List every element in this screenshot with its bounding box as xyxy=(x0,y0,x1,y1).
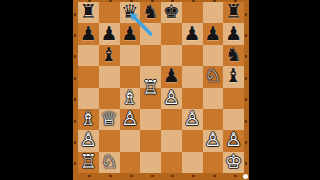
square-f2[interactable] xyxy=(182,130,203,151)
square-e8[interactable]: ♚ xyxy=(161,2,182,23)
square-d6[interactable] xyxy=(140,45,161,66)
square-c8[interactable]: ♛ xyxy=(120,2,141,23)
piece-black-pawn[interactable]: ♟ xyxy=(80,24,97,43)
square-f5[interactable] xyxy=(182,66,203,87)
piece-white-rook[interactable]: ♖ xyxy=(142,78,159,97)
square-a6[interactable] xyxy=(78,45,99,66)
piece-black-pawn[interactable]: ♟ xyxy=(184,24,201,43)
square-e6[interactable] xyxy=(161,45,182,66)
frame-coordinate-tick xyxy=(245,162,247,165)
square-h2[interactable]: ♙ xyxy=(223,130,244,151)
piece-black-rook[interactable]: ♜ xyxy=(80,2,97,21)
piece-white-knight[interactable]: ♘ xyxy=(204,66,221,85)
square-e2[interactable] xyxy=(161,130,182,151)
square-e7[interactable] xyxy=(161,23,182,44)
frame-coordinate-tick xyxy=(192,175,195,177)
square-d1[interactable] xyxy=(140,152,161,173)
square-h8[interactable]: ♜ xyxy=(223,2,244,23)
frame-coordinate-tick xyxy=(130,175,133,177)
frame-coordinate-tick xyxy=(109,0,112,2)
square-h4[interactable] xyxy=(223,88,244,109)
square-g7[interactable]: ♟ xyxy=(203,23,224,44)
frame-coordinate-tick xyxy=(245,55,247,58)
piece-black-pawn[interactable]: ♟ xyxy=(163,66,180,85)
square-f3[interactable]: ♙ xyxy=(182,109,203,130)
piece-black-knight[interactable]: ♞ xyxy=(142,2,159,21)
frame-coordinate-tick xyxy=(245,98,247,101)
piece-white-pawn[interactable]: ♙ xyxy=(184,109,201,128)
piece-black-pawn[interactable]: ♟ xyxy=(225,24,242,43)
square-c2[interactable] xyxy=(120,130,141,151)
frame-coordinate-tick xyxy=(245,120,247,123)
frame-coordinate-tick xyxy=(171,175,174,177)
square-b3[interactable]: ♕ xyxy=(99,109,120,130)
square-h6[interactable]: ♞ xyxy=(223,45,244,66)
frame-coordinate-tick xyxy=(74,55,76,58)
square-e3[interactable] xyxy=(161,109,182,130)
square-d8[interactable]: ♞ xyxy=(140,2,161,23)
frame-coordinate-tick xyxy=(171,0,174,2)
frame-coordinate-tick xyxy=(213,175,216,177)
square-e5[interactable]: ♟ xyxy=(161,66,182,87)
piece-white-queen[interactable]: ♕ xyxy=(101,109,118,128)
square-c5[interactable] xyxy=(120,66,141,87)
square-b7[interactable]: ♟ xyxy=(99,23,120,44)
square-g1[interactable] xyxy=(203,152,224,173)
piece-white-rook[interactable]: ♖ xyxy=(80,152,97,171)
piece-white-pawn[interactable]: ♙ xyxy=(80,130,97,149)
frame-coordinate-tick xyxy=(130,0,133,2)
frame-coordinate-tick xyxy=(192,0,195,2)
square-g4[interactable] xyxy=(203,88,224,109)
piece-white-pawn[interactable]: ♙ xyxy=(163,88,180,107)
square-f1[interactable] xyxy=(182,152,203,173)
piece-white-bishop[interactable]: ♗ xyxy=(121,88,138,107)
square-h3[interactable] xyxy=(223,109,244,130)
square-c7[interactable]: ♟ xyxy=(120,23,141,44)
square-a1[interactable]: ♖ xyxy=(78,152,99,173)
square-b1[interactable]: ♘ xyxy=(99,152,120,173)
piece-black-pawn[interactable]: ♟ xyxy=(101,24,118,43)
square-d4[interactable]: ♖ xyxy=(140,88,161,109)
square-a3[interactable]: ♗ xyxy=(78,109,99,130)
piece-white-knight[interactable]: ♘ xyxy=(101,152,118,171)
square-b6[interactable]: ♝ xyxy=(99,45,120,66)
frame-coordinate-tick xyxy=(234,175,237,177)
square-h1[interactable]: ♔ xyxy=(223,152,244,173)
square-a7[interactable]: ♟ xyxy=(78,23,99,44)
piece-black-bishop[interactable]: ♝ xyxy=(101,45,118,64)
frame-coordinate-tick xyxy=(245,77,247,80)
square-c6[interactable] xyxy=(120,45,141,66)
square-g8[interactable] xyxy=(203,2,224,23)
square-a2[interactable]: ♙ xyxy=(78,130,99,151)
piece-black-knight[interactable]: ♞ xyxy=(225,45,242,64)
piece-black-pawn[interactable]: ♟ xyxy=(204,24,221,43)
frame-coordinate-tick xyxy=(88,0,91,2)
square-c3[interactable]: ♙ xyxy=(120,109,141,130)
piece-white-bishop[interactable]: ♗ xyxy=(80,109,97,128)
square-a8[interactable]: ♜ xyxy=(78,2,99,23)
square-g6[interactable] xyxy=(203,45,224,66)
piece-white-king[interactable]: ♔ xyxy=(225,152,242,171)
frame-coordinate-tick xyxy=(151,175,154,177)
move-indicator-dot xyxy=(243,174,248,179)
square-f7[interactable]: ♟ xyxy=(182,23,203,44)
frame-coordinate-tick xyxy=(74,162,76,165)
square-e4[interactable]: ♙ xyxy=(161,88,182,109)
frame-coordinate-tick xyxy=(74,34,76,37)
chess-board[interactable]: ♜♛♞♚♜♟♟♟♟♟♟♝♞♟♘♝♗♖♙♗♕♙♙♙♙♙♖♘♔ xyxy=(78,2,244,173)
square-g3[interactable] xyxy=(203,109,224,130)
square-h7[interactable]: ♟ xyxy=(223,23,244,44)
square-b5[interactable] xyxy=(99,66,120,87)
square-d2[interactable] xyxy=(140,130,161,151)
piece-black-pawn[interactable]: ♟ xyxy=(121,24,138,43)
square-g5[interactable]: ♘ xyxy=(203,66,224,87)
piece-white-pawn[interactable]: ♙ xyxy=(225,130,242,149)
square-d3[interactable] xyxy=(140,109,161,130)
letterboxed-stage: ♜♛♞♚♜♟♟♟♟♟♟♝♞♟♘♝♗♖♙♗♕♙♙♙♙♙♖♘♔ xyxy=(0,0,320,180)
square-c1[interactable] xyxy=(120,152,141,173)
frame-coordinate-tick xyxy=(88,175,91,177)
square-h5[interactable]: ♝ xyxy=(223,66,244,87)
square-b4[interactable] xyxy=(99,88,120,109)
piece-white-pawn[interactable]: ♙ xyxy=(121,109,138,128)
square-f4[interactable] xyxy=(182,88,203,109)
square-e1[interactable] xyxy=(161,152,182,173)
frame-coordinate-tick xyxy=(74,120,76,123)
frame-coordinate-tick xyxy=(245,13,247,16)
piece-white-pawn[interactable]: ♙ xyxy=(204,130,221,149)
square-d7[interactable] xyxy=(140,23,161,44)
square-c4[interactable]: ♗ xyxy=(120,88,141,109)
frame-coordinate-tick xyxy=(74,77,76,80)
frame-coordinate-tick xyxy=(74,13,76,16)
piece-black-bishop[interactable]: ♝ xyxy=(225,66,242,85)
frame-coordinate-tick xyxy=(74,141,76,144)
square-f6[interactable] xyxy=(182,45,203,66)
square-a5[interactable] xyxy=(78,66,99,87)
frame-coordinate-tick xyxy=(74,98,76,101)
frame-coordinate-tick xyxy=(151,0,154,2)
frame-coordinate-tick xyxy=(213,0,216,2)
frame-coordinate-tick xyxy=(234,0,237,2)
frame-coordinate-tick xyxy=(109,175,112,177)
square-f8[interactable] xyxy=(182,2,203,23)
frame-coordinate-tick xyxy=(245,141,247,144)
chess-board-frame: ♜♛♞♚♜♟♟♟♟♟♟♝♞♟♘♝♗♖♙♗♕♙♙♙♙♙♖♘♔ xyxy=(73,0,249,180)
piece-black-rook[interactable]: ♜ xyxy=(225,2,242,21)
piece-black-queen[interactable]: ♛ xyxy=(121,2,138,21)
square-a4[interactable] xyxy=(78,88,99,109)
square-b2[interactable] xyxy=(99,130,120,151)
piece-black-king[interactable]: ♚ xyxy=(163,2,180,21)
frame-coordinate-tick xyxy=(245,34,247,37)
square-b8[interactable] xyxy=(99,2,120,23)
square-g2[interactable]: ♙ xyxy=(203,130,224,151)
